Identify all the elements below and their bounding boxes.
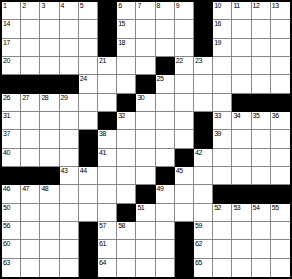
cell-r14c12[interactable] — [213, 240, 232, 258]
cell-r15c4[interactable] — [60, 259, 79, 277]
clue-number: 46 — [3, 185, 10, 193]
block-r2c6 — [98, 20, 117, 38]
cell-r10c15[interactable] — [271, 167, 290, 185]
cell-r7c8[interactable] — [136, 112, 155, 130]
cell-r2c13[interactable] — [232, 20, 251, 38]
cell-r4c3[interactable] — [40, 57, 59, 75]
cell-r13c11[interactable]: 59 — [194, 222, 213, 240]
cell-r1c2[interactable]: 2 — [21, 2, 40, 20]
cell-r15c7[interactable] — [117, 259, 136, 277]
cell-r1c9[interactable]: 8 — [156, 2, 175, 20]
cell-r6c1[interactable]: 26 — [2, 94, 21, 112]
clue-number: 5 — [80, 2, 83, 10]
clue-number: 7 — [137, 2, 140, 10]
cell-r8c15[interactable] — [271, 130, 290, 148]
cell-r11c9[interactable]: 49 — [156, 185, 175, 203]
cell-r11c1[interactable]: 46 — [2, 185, 21, 203]
cell-r12c5[interactable] — [79, 204, 98, 222]
cell-r11c2[interactable]: 47 — [21, 185, 40, 203]
block-r6c15 — [271, 94, 290, 112]
cell-r2c1[interactable]: 14 — [2, 20, 21, 38]
cell-r12c14[interactable]: 54 — [252, 204, 271, 222]
cell-r15c15[interactable] — [271, 259, 290, 277]
cell-r4c5[interactable] — [79, 57, 98, 75]
cell-r3c13[interactable] — [232, 39, 251, 57]
cell-r13c1[interactable]: 56 — [2, 222, 21, 240]
block-r7c11 — [194, 112, 213, 130]
block-r10c3 — [40, 167, 59, 185]
clue-number: 35 — [253, 112, 260, 120]
cell-r1c5[interactable]: 5 — [79, 2, 98, 20]
cell-r14c15[interactable] — [271, 240, 290, 258]
cell-r12c9[interactable] — [156, 204, 175, 222]
clue-number: 41 — [99, 149, 106, 157]
cell-r13c3[interactable] — [40, 222, 59, 240]
cell-r15c8[interactable] — [136, 259, 155, 277]
cell-r3c3[interactable] — [40, 39, 59, 57]
cell-r9c14[interactable] — [252, 149, 271, 167]
clue-number: 38 — [99, 130, 106, 138]
clue-number: 16 — [214, 20, 221, 28]
clue-number: 13 — [272, 2, 279, 10]
cell-r5c12[interactable] — [213, 75, 232, 93]
cell-r7c7[interactable]: 32 — [117, 112, 136, 130]
clue-number: 14 — [3, 20, 10, 28]
cell-r13c8[interactable] — [136, 222, 155, 240]
clue-number: 8 — [157, 2, 160, 10]
cell-r10c7[interactable] — [117, 167, 136, 185]
block-r11c12 — [213, 185, 232, 203]
clue-number: 18 — [118, 39, 125, 47]
cell-r4c2[interactable] — [21, 57, 40, 75]
block-r14c10 — [175, 240, 194, 258]
cell-r4c11[interactable]: 23 — [194, 57, 213, 75]
cell-r8c1[interactable]: 37 — [2, 130, 21, 148]
clue-number: 50 — [3, 204, 10, 212]
cell-r8c12[interactable]: 39 — [213, 130, 232, 148]
cell-r8c4[interactable] — [60, 130, 79, 148]
cell-r12c3[interactable] — [40, 204, 59, 222]
cell-r2c15[interactable] — [271, 20, 290, 38]
cell-r14c7[interactable] — [117, 240, 136, 258]
block-r9c10 — [175, 149, 194, 167]
cell-r7c10[interactable] — [175, 112, 194, 130]
cell-r8c13[interactable] — [232, 130, 251, 148]
block-r14c5 — [79, 240, 98, 258]
clue-number: 22 — [176, 57, 183, 65]
clue-number: 62 — [195, 240, 202, 248]
cell-r8c10[interactable] — [175, 130, 194, 148]
block-r5c3 — [40, 75, 59, 93]
cell-r8c7[interactable] — [117, 130, 136, 148]
block-r10c1 — [2, 167, 21, 185]
cell-r9c2[interactable] — [21, 149, 40, 167]
clue-number: 15 — [118, 20, 125, 28]
cell-r4c15[interactable] — [271, 57, 290, 75]
clue-number: 64 — [99, 259, 106, 267]
block-r7c6 — [98, 112, 117, 130]
cell-r14c9[interactable] — [156, 240, 175, 258]
clue-number: 42 — [195, 149, 202, 157]
cell-r10c12[interactable] — [213, 167, 232, 185]
clue-number: 2 — [22, 2, 25, 10]
cell-r6c4[interactable]: 29 — [60, 94, 79, 112]
cell-r8c6[interactable]: 38 — [98, 130, 117, 148]
block-r13c5 — [79, 222, 98, 240]
cell-r12c6[interactable] — [98, 204, 117, 222]
clue-number: 25 — [157, 75, 164, 83]
clue-number: 63 — [3, 259, 10, 267]
cell-r3c1[interactable]: 17 — [2, 39, 21, 57]
clue-number: 27 — [22, 94, 29, 102]
clue-number: 55 — [272, 204, 279, 212]
cell-r10c4[interactable]: 43 — [60, 167, 79, 185]
cell-r1c12[interactable]: 10 — [213, 2, 232, 20]
block-r13c10 — [175, 222, 194, 240]
cell-r2c14[interactable] — [252, 20, 271, 38]
clue-number: 47 — [22, 185, 29, 193]
cell-r4c8[interactable] — [136, 57, 155, 75]
clue-number: 6 — [118, 2, 121, 10]
cell-r13c15[interactable] — [271, 222, 290, 240]
cell-r13c14[interactable] — [252, 222, 271, 240]
block-r5c2 — [21, 75, 40, 93]
cell-r9c3[interactable] — [40, 149, 59, 167]
cell-r1c7[interactable]: 6 — [117, 2, 136, 20]
cell-r4c1[interactable]: 20 — [2, 57, 21, 75]
cell-r3c9[interactable] — [156, 39, 175, 57]
clue-number: 3 — [41, 2, 44, 10]
cell-r13c4[interactable] — [60, 222, 79, 240]
block-r4c9 — [156, 57, 175, 75]
cell-r10c14[interactable] — [252, 167, 271, 185]
cell-r5c11[interactable] — [194, 75, 213, 93]
block-r11c13 — [232, 185, 251, 203]
cell-r3c7[interactable]: 18 — [117, 39, 136, 57]
cell-r7c2[interactable] — [21, 112, 40, 130]
cell-r6c9[interactable] — [156, 94, 175, 112]
cell-r12c4[interactable] — [60, 204, 79, 222]
clue-number: 65 — [195, 259, 202, 267]
clue-number: 34 — [233, 112, 240, 120]
cell-r6c3[interactable]: 28 — [40, 94, 59, 112]
clue-number: 59 — [195, 222, 202, 230]
cell-r7c3[interactable] — [40, 112, 59, 130]
cell-r9c6[interactable]: 41 — [98, 149, 117, 167]
clue-number: 52 — [214, 204, 221, 212]
clue-number: 11 — [233, 2, 239, 10]
cell-r12c12[interactable]: 52 — [213, 204, 232, 222]
cell-r7c14[interactable]: 35 — [252, 112, 271, 130]
cell-r12c15[interactable]: 55 — [271, 204, 290, 222]
cell-r11c3[interactable]: 48 — [40, 185, 59, 203]
cell-r14c6[interactable]: 61 — [98, 240, 117, 258]
cell-r1c3[interactable]: 3 — [40, 2, 59, 20]
cell-r4c13[interactable] — [232, 57, 251, 75]
cell-r2c9[interactable] — [156, 20, 175, 38]
cell-r7c12[interactable]: 33 — [213, 112, 232, 130]
cell-r11c4[interactable] — [60, 185, 79, 203]
block-r10c9 — [156, 167, 175, 185]
cell-r5c7[interactable] — [117, 75, 136, 93]
clue-number: 21 — [99, 57, 106, 65]
block-r11c8 — [136, 185, 155, 203]
cell-r1c8[interactable]: 7 — [136, 2, 155, 20]
cell-r14c13[interactable] — [232, 240, 251, 258]
cell-r4c4[interactable] — [60, 57, 79, 75]
cell-r2c3[interactable] — [40, 20, 59, 38]
block-r5c8 — [136, 75, 155, 93]
cell-r4c10[interactable]: 22 — [175, 57, 194, 75]
cell-r9c12[interactable] — [213, 149, 232, 167]
cell-r10c11[interactable] — [194, 167, 213, 185]
cell-r13c2[interactable] — [21, 222, 40, 240]
cell-r15c13[interactable] — [232, 259, 251, 277]
clue-number: 31 — [3, 112, 10, 120]
clue-number: 10 — [214, 2, 221, 10]
cell-r15c6[interactable]: 64 — [98, 259, 117, 277]
cell-r1c13[interactable]: 11 — [232, 2, 251, 20]
clue-number: 30 — [137, 94, 144, 102]
cell-r7c4[interactable] — [60, 112, 79, 130]
cell-r15c9[interactable] — [156, 259, 175, 277]
clue-number: 37 — [3, 130, 10, 138]
cell-r13c9[interactable] — [156, 222, 175, 240]
cell-r4c12[interactable] — [213, 57, 232, 75]
cell-r10c8[interactable] — [136, 167, 155, 185]
cell-r5c10[interactable] — [175, 75, 194, 93]
cell-r6c6[interactable] — [98, 94, 117, 112]
cell-r6c11[interactable] — [194, 94, 213, 112]
clue-number: 28 — [41, 94, 48, 102]
block-r9c5 — [79, 149, 98, 167]
clue-number: 44 — [80, 167, 87, 175]
cell-r6c8[interactable]: 30 — [136, 94, 155, 112]
clue-number: 1 — [3, 2, 6, 10]
cell-r5c5[interactable]: 24 — [79, 75, 98, 93]
cell-r12c10[interactable] — [175, 204, 194, 222]
cell-r8c2[interactable] — [21, 130, 40, 148]
clue-number: 48 — [41, 185, 48, 193]
cell-r15c14[interactable] — [252, 259, 271, 277]
cell-r5c6[interactable] — [98, 75, 117, 93]
cell-r11c11[interactable] — [194, 185, 213, 203]
block-r1c11 — [194, 2, 213, 20]
cell-r7c1[interactable]: 31 — [2, 112, 21, 130]
clue-number: 51 — [137, 204, 144, 212]
clue-number: 39 — [214, 130, 221, 138]
clue-number: 4 — [61, 2, 64, 10]
cell-r3c12[interactable]: 19 — [213, 39, 232, 57]
cell-r1c15[interactable]: 13 — [271, 2, 290, 20]
block-r5c1 — [2, 75, 21, 93]
cell-r3c15[interactable] — [271, 39, 290, 57]
clue-number: 61 — [99, 240, 106, 248]
cell-r11c7[interactable] — [117, 185, 136, 203]
cell-r6c10[interactable] — [175, 94, 194, 112]
cell-r12c11[interactable] — [194, 204, 213, 222]
block-r3c11 — [194, 39, 213, 57]
cell-r3c2[interactable] — [21, 39, 40, 57]
clue-number: 33 — [214, 112, 221, 120]
block-r11c15 — [271, 185, 290, 203]
cell-r14c4[interactable] — [60, 240, 79, 258]
block-r6c7 — [117, 94, 136, 112]
clue-number: 57 — [99, 222, 106, 230]
block-r2c11 — [194, 20, 213, 38]
block-r11c14 — [252, 185, 271, 203]
cell-r5c13[interactable] — [232, 75, 251, 93]
cell-r12c8[interactable]: 51 — [136, 204, 155, 222]
cell-r6c5[interactable] — [79, 94, 98, 112]
block-r8c11 — [194, 130, 213, 148]
clue-number: 54 — [253, 204, 260, 212]
cell-r13c6[interactable]: 57 — [98, 222, 117, 240]
clue-number: 43 — [61, 167, 68, 175]
crossword-grid: 1234567891011121314151617181920212223242… — [0, 0, 292, 279]
cell-r14c3[interactable] — [40, 240, 59, 258]
cell-r15c2[interactable] — [21, 259, 40, 277]
clue-number: 53 — [233, 204, 240, 212]
cell-r7c9[interactable] — [156, 112, 175, 130]
cell-r2c4[interactable] — [60, 20, 79, 38]
cell-r10c10[interactable]: 45 — [175, 167, 194, 185]
block-r10c2 — [21, 167, 40, 185]
cell-r13c7[interactable]: 58 — [117, 222, 136, 240]
block-r6c13 — [232, 94, 251, 112]
cell-r8c8[interactable] — [136, 130, 155, 148]
cell-r14c2[interactable] — [21, 240, 40, 258]
clue-number: 60 — [3, 240, 10, 248]
clue-number: 19 — [214, 39, 221, 47]
cell-r11c5[interactable] — [79, 185, 98, 203]
cell-r6c2[interactable]: 27 — [21, 94, 40, 112]
cell-r2c12[interactable]: 16 — [213, 20, 232, 38]
block-r6c14 — [252, 94, 271, 112]
cell-r14c8[interactable] — [136, 240, 155, 258]
cell-r5c9[interactable]: 25 — [156, 75, 175, 93]
block-r8c5 — [79, 130, 98, 148]
clue-number: 20 — [3, 57, 10, 65]
cell-r15c1[interactable]: 63 — [2, 259, 21, 277]
clue-number: 56 — [3, 222, 10, 230]
cell-r13c13[interactable] — [232, 222, 251, 240]
cell-r2c10[interactable] — [175, 20, 194, 38]
block-r15c5 — [79, 259, 98, 277]
cell-r3c8[interactable] — [136, 39, 155, 57]
cell-r2c2[interactable] — [21, 20, 40, 38]
cell-r3c4[interactable] — [60, 39, 79, 57]
block-r3c6 — [98, 39, 117, 57]
clue-number: 40 — [3, 149, 10, 157]
cell-r12c1[interactable]: 50 — [2, 204, 21, 222]
cell-r3c14[interactable] — [252, 39, 271, 57]
cell-r15c12[interactable] — [213, 259, 232, 277]
cell-r2c7[interactable]: 15 — [117, 20, 136, 38]
cell-r7c15[interactable]: 36 — [271, 112, 290, 130]
cell-r14c14[interactable] — [252, 240, 271, 258]
clue-number: 17 — [3, 39, 10, 47]
cell-r10c13[interactable] — [232, 167, 251, 185]
cell-r8c9[interactable] — [156, 130, 175, 148]
cell-r9c13[interactable] — [232, 149, 251, 167]
cell-r1c4[interactable]: 4 — [60, 2, 79, 20]
cell-r15c3[interactable] — [40, 259, 59, 277]
cell-r1c1[interactable]: 1 — [2, 2, 21, 20]
cell-r1c10[interactable]: 9 — [175, 2, 194, 20]
clue-number: 29 — [61, 94, 68, 102]
cell-r9c8[interactable] — [136, 149, 155, 167]
cell-r11c10[interactable] — [175, 185, 194, 203]
clue-number: 32 — [118, 112, 125, 120]
cell-r14c11[interactable]: 62 — [194, 240, 213, 258]
cell-r14c1[interactable]: 60 — [2, 240, 21, 258]
cell-r13c12[interactable] — [213, 222, 232, 240]
cell-r7c13[interactable]: 34 — [232, 112, 251, 130]
clue-number: 9 — [176, 2, 179, 10]
cell-r2c5[interactable] — [79, 20, 98, 38]
cell-r4c7[interactable] — [117, 57, 136, 75]
block-r12c7 — [117, 204, 136, 222]
block-r15c10 — [175, 259, 194, 277]
cell-r2c8[interactable] — [136, 20, 155, 38]
clue-number: 24 — [80, 75, 87, 83]
cell-r9c7[interactable] — [117, 149, 136, 167]
clue-number: 58 — [118, 222, 125, 230]
clue-number: 49 — [157, 185, 164, 193]
cell-r6c12[interactable] — [213, 94, 232, 112]
cell-r10c6[interactable] — [98, 167, 117, 185]
cell-r12c13[interactable]: 53 — [232, 204, 251, 222]
cell-r4c6[interactable]: 21 — [98, 57, 117, 75]
cell-r12c2[interactable] — [21, 204, 40, 222]
cell-r9c4[interactable] — [60, 149, 79, 167]
cell-r9c9[interactable] — [156, 149, 175, 167]
clue-number: 23 — [195, 57, 202, 65]
clue-number: 12 — [253, 2, 260, 10]
cell-r9c11[interactable]: 42 — [194, 149, 213, 167]
cell-r9c1[interactable]: 40 — [2, 149, 21, 167]
cell-r15c11[interactable]: 65 — [194, 259, 213, 277]
cell-r9c15[interactable] — [271, 149, 290, 167]
cell-r1c14[interactable]: 12 — [252, 2, 271, 20]
clue-number: 26 — [3, 94, 10, 102]
cell-r11c6[interactable] — [98, 185, 117, 203]
block-r1c6 — [98, 2, 117, 20]
cell-r10c5[interactable]: 44 — [79, 167, 98, 185]
cell-r7c5[interactable] — [79, 112, 98, 130]
clue-number: 45 — [176, 167, 183, 175]
cell-r5c14[interactable] — [252, 75, 271, 93]
cell-r8c3[interactable] — [40, 130, 59, 148]
cell-r8c14[interactable] — [252, 130, 271, 148]
clue-number: 36 — [272, 112, 279, 120]
cell-r3c10[interactable] — [175, 39, 194, 57]
cell-r3c5[interactable] — [79, 39, 98, 57]
cell-r4c14[interactable] — [252, 57, 271, 75]
block-r5c4 — [60, 75, 79, 93]
cell-r5c15[interactable] — [271, 75, 290, 93]
